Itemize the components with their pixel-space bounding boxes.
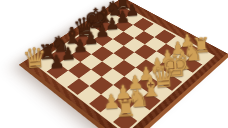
piece-black-pawn-a7[interactable]: ♟ [48, 53, 65, 71]
piece-white-queen-display[interactable]: ♛ [22, 44, 40, 72]
chess-set-photo: ♜♞♝♛♚♝♞♜♟♟♟♟♟♟♟♟♟♟♟♟♟♟♟♟♜♞♝♛♚♝♞♜♛ [0, 0, 228, 128]
piece-white-rook-a1[interactable]: ♜ [114, 96, 133, 121]
chess-board: ♜♞♝♛♚♝♞♜♟♟♟♟♟♟♟♟♟♟♟♟♟♟♟♟♜♞♝♛♚♝♞♜♛ [19, 0, 228, 128]
